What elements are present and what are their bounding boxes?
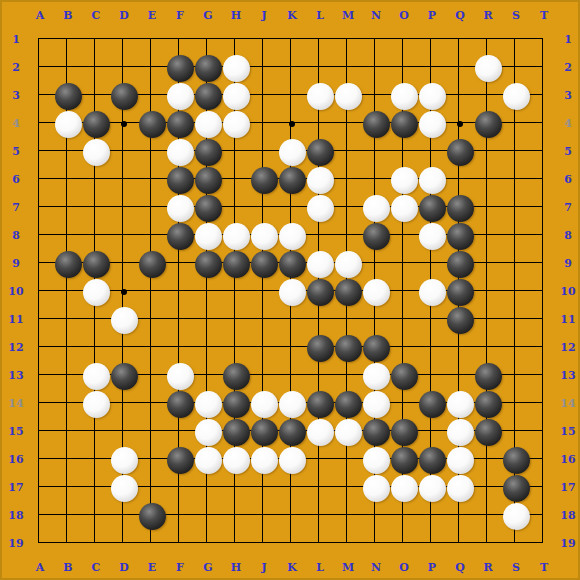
row-label-left: 12 xyxy=(4,341,28,354)
white-stone-O7[interactable] xyxy=(391,195,418,222)
column-label-top: N xyxy=(364,9,388,22)
black-stone-S17[interactable] xyxy=(503,475,530,502)
black-stone-F4[interactable] xyxy=(167,111,194,138)
black-stone-F8[interactable] xyxy=(167,223,194,250)
row-label-left: 5 xyxy=(4,145,28,158)
black-stone-R15[interactable] xyxy=(475,419,502,446)
white-stone-O17[interactable] xyxy=(391,475,418,502)
white-stone-L15[interactable] xyxy=(307,419,334,446)
white-stone-Q16[interactable] xyxy=(447,447,474,474)
white-stone-G15[interactable] xyxy=(195,419,222,446)
black-stone-P14[interactable] xyxy=(419,391,446,418)
black-stone-D3[interactable] xyxy=(111,83,138,110)
white-stone-P4[interactable] xyxy=(419,111,446,138)
column-label-bottom: M xyxy=(336,561,360,574)
white-stone-J14[interactable] xyxy=(251,391,278,418)
column-label-bottom: A xyxy=(28,561,52,574)
black-stone-D13[interactable] xyxy=(111,363,138,390)
row-label-left: 13 xyxy=(4,369,28,382)
white-stone-H2[interactable] xyxy=(223,55,250,82)
row-label-right: 15 xyxy=(556,425,580,438)
column-label-bottom: L xyxy=(308,561,332,574)
black-stone-J6[interactable] xyxy=(251,167,278,194)
black-stone-E4[interactable] xyxy=(139,111,166,138)
white-stone-P17[interactable] xyxy=(419,475,446,502)
column-label-bottom: S xyxy=(504,561,528,574)
black-stone-O15[interactable] xyxy=(391,419,418,446)
white-stone-C10[interactable] xyxy=(83,279,110,306)
row-label-right: 16 xyxy=(556,453,580,466)
white-stone-N10[interactable] xyxy=(363,279,390,306)
row-label-left: 11 xyxy=(4,313,28,326)
column-label-bottom: N xyxy=(364,561,388,574)
black-stone-L10[interactable] xyxy=(307,279,334,306)
column-label-top: P xyxy=(420,9,444,22)
white-stone-R2[interactable] xyxy=(475,55,502,82)
white-stone-L9[interactable] xyxy=(307,251,334,278)
black-stone-E9[interactable] xyxy=(139,251,166,278)
white-stone-Q17[interactable] xyxy=(447,475,474,502)
black-stone-O4[interactable] xyxy=(391,111,418,138)
white-stone-K8[interactable] xyxy=(279,223,306,250)
white-stone-M9[interactable] xyxy=(335,251,362,278)
column-label-bottom: T xyxy=(532,561,556,574)
black-stone-J9[interactable] xyxy=(251,251,278,278)
black-stone-J15[interactable] xyxy=(251,419,278,446)
white-stone-N17[interactable] xyxy=(363,475,390,502)
black-stone-Q10[interactable] xyxy=(447,279,474,306)
white-stone-Q14[interactable] xyxy=(447,391,474,418)
column-label-top: E xyxy=(140,9,164,22)
column-label-top: F xyxy=(168,9,192,22)
go-board: AABBCCDDEEFFGGHHJJKKLLMMNNOOPPQQRRSSTT11… xyxy=(0,0,580,580)
row-label-right: 10 xyxy=(556,285,580,298)
black-stone-G9[interactable] xyxy=(195,251,222,278)
row-label-right: 5 xyxy=(556,145,580,158)
white-stone-S3[interactable] xyxy=(503,83,530,110)
black-stone-K6[interactable] xyxy=(279,167,306,194)
white-stone-P3[interactable] xyxy=(419,83,446,110)
column-label-top: K xyxy=(280,9,304,22)
column-label-bottom: H xyxy=(224,561,248,574)
row-label-right: 1 xyxy=(556,33,580,46)
row-label-right: 7 xyxy=(556,201,580,214)
white-stone-J8[interactable] xyxy=(251,223,278,250)
black-stone-N12[interactable] xyxy=(363,335,390,362)
row-label-left: 3 xyxy=(4,89,28,102)
column-label-top: O xyxy=(392,9,416,22)
black-stone-G5[interactable] xyxy=(195,139,222,166)
white-stone-F5[interactable] xyxy=(167,139,194,166)
black-stone-L14[interactable] xyxy=(307,391,334,418)
black-stone-Q9[interactable] xyxy=(447,251,474,278)
column-label-top: S xyxy=(504,9,528,22)
white-stone-L3[interactable] xyxy=(307,83,334,110)
column-label-bottom: F xyxy=(168,561,192,574)
white-stone-G14[interactable] xyxy=(195,391,222,418)
column-label-top: H xyxy=(224,9,248,22)
column-label-top: A xyxy=(28,9,52,22)
column-label-bottom: E xyxy=(140,561,164,574)
white-stone-H4[interactable] xyxy=(223,111,250,138)
column-label-top: M xyxy=(336,9,360,22)
column-label-top: T xyxy=(532,9,556,22)
column-label-bottom: B xyxy=(56,561,80,574)
black-stone-F16[interactable] xyxy=(167,447,194,474)
white-stone-L6[interactable] xyxy=(307,167,334,194)
black-stone-K15[interactable] xyxy=(279,419,306,446)
white-stone-D11[interactable] xyxy=(111,307,138,334)
white-stone-D17[interactable] xyxy=(111,475,138,502)
white-stone-H3[interactable] xyxy=(223,83,250,110)
white-stone-K5[interactable] xyxy=(279,139,306,166)
column-label-top: J xyxy=(252,9,276,22)
row-label-left: 14 xyxy=(4,397,28,410)
black-stone-G6[interactable] xyxy=(195,167,222,194)
column-label-top: D xyxy=(112,9,136,22)
row-label-right: 14 xyxy=(556,397,580,410)
black-stone-N8[interactable] xyxy=(363,223,390,250)
row-label-right: 9 xyxy=(556,257,580,270)
row-label-left: 2 xyxy=(4,61,28,74)
black-stone-Q7[interactable] xyxy=(447,195,474,222)
white-stone-C14[interactable] xyxy=(83,391,110,418)
row-label-left: 15 xyxy=(4,425,28,438)
white-stone-N7[interactable] xyxy=(363,195,390,222)
white-stone-H8[interactable] xyxy=(223,223,250,250)
row-label-right: 8 xyxy=(556,229,580,242)
black-stone-C9[interactable] xyxy=(83,251,110,278)
black-stone-G2[interactable] xyxy=(195,55,222,82)
row-label-left: 8 xyxy=(4,229,28,242)
column-label-bottom: J xyxy=(252,561,276,574)
black-stone-O13[interactable] xyxy=(391,363,418,390)
black-stone-F6[interactable] xyxy=(167,167,194,194)
row-label-right: 13 xyxy=(556,369,580,382)
column-label-top: L xyxy=(308,9,332,22)
white-stone-S18[interactable] xyxy=(503,503,530,530)
black-stone-O16[interactable] xyxy=(391,447,418,474)
star-point xyxy=(457,121,463,127)
row-label-right: 2 xyxy=(556,61,580,74)
black-stone-G3[interactable] xyxy=(195,83,222,110)
black-stone-N4[interactable] xyxy=(363,111,390,138)
black-stone-K9[interactable] xyxy=(279,251,306,278)
column-label-top: C xyxy=(84,9,108,22)
row-label-right: 3 xyxy=(556,89,580,102)
black-stone-B9[interactable] xyxy=(55,251,82,278)
column-label-top: G xyxy=(196,9,220,22)
black-stone-C4[interactable] xyxy=(83,111,110,138)
black-stone-R13[interactable] xyxy=(475,363,502,390)
row-label-right: 12 xyxy=(556,341,580,354)
row-label-left: 16 xyxy=(4,453,28,466)
white-stone-L7[interactable] xyxy=(307,195,334,222)
row-label-left: 7 xyxy=(4,201,28,214)
white-stone-F13[interactable] xyxy=(167,363,194,390)
black-stone-N15[interactable] xyxy=(363,419,390,446)
black-stone-B3[interactable] xyxy=(55,83,82,110)
star-point xyxy=(121,121,127,127)
white-stone-M3[interactable] xyxy=(335,83,362,110)
black-stone-L12[interactable] xyxy=(307,335,334,362)
white-stone-O6[interactable] xyxy=(391,167,418,194)
black-stone-R4[interactable] xyxy=(475,111,502,138)
black-stone-F2[interactable] xyxy=(167,55,194,82)
row-label-left: 9 xyxy=(4,257,28,270)
black-stone-H13[interactable] xyxy=(223,363,250,390)
column-label-bottom: G xyxy=(196,561,220,574)
black-stone-S16[interactable] xyxy=(503,447,530,474)
column-label-bottom: O xyxy=(392,561,416,574)
black-stone-H9[interactable] xyxy=(223,251,250,278)
white-stone-N16[interactable] xyxy=(363,447,390,474)
black-stone-P16[interactable] xyxy=(419,447,446,474)
black-stone-Q11[interactable] xyxy=(447,307,474,334)
white-stone-J16[interactable] xyxy=(251,447,278,474)
black-stone-M10[interactable] xyxy=(335,279,362,306)
white-stone-N14[interactable] xyxy=(363,391,390,418)
column-label-bottom: C xyxy=(84,561,108,574)
black-stone-E18[interactable] xyxy=(139,503,166,530)
column-label-top: Q xyxy=(448,9,472,22)
white-stone-H16[interactable] xyxy=(223,447,250,474)
white-stone-K10[interactable] xyxy=(279,279,306,306)
row-label-left: 17 xyxy=(4,481,28,494)
white-stone-O3[interactable] xyxy=(391,83,418,110)
white-stone-B4[interactable] xyxy=(55,111,82,138)
row-label-right: 6 xyxy=(556,173,580,186)
white-stone-D16[interactable] xyxy=(111,447,138,474)
column-label-top: R xyxy=(476,9,500,22)
star-point xyxy=(289,121,295,127)
white-stone-C13[interactable] xyxy=(83,363,110,390)
black-stone-R14[interactable] xyxy=(475,391,502,418)
black-stone-H14[interactable] xyxy=(223,391,250,418)
black-stone-L5[interactable] xyxy=(307,139,334,166)
white-stone-P8[interactable] xyxy=(419,223,446,250)
white-stone-P6[interactable] xyxy=(419,167,446,194)
row-label-left: 1 xyxy=(4,33,28,46)
black-stone-M12[interactable] xyxy=(335,335,362,362)
column-label-top: B xyxy=(56,9,80,22)
column-label-bottom: R xyxy=(476,561,500,574)
white-stone-G4[interactable] xyxy=(195,111,222,138)
row-label-right: 19 xyxy=(556,537,580,550)
row-label-right: 11 xyxy=(556,313,580,326)
row-label-left: 18 xyxy=(4,509,28,522)
row-label-left: 4 xyxy=(4,117,28,130)
black-stone-F14[interactable] xyxy=(167,391,194,418)
column-label-bottom: D xyxy=(112,561,136,574)
black-stone-Q8[interactable] xyxy=(447,223,474,250)
row-label-right: 17 xyxy=(556,481,580,494)
white-stone-F3[interactable] xyxy=(167,83,194,110)
black-stone-G7[interactable] xyxy=(195,195,222,222)
white-stone-C5[interactable] xyxy=(83,139,110,166)
row-label-left: 19 xyxy=(4,537,28,550)
white-stone-K16[interactable] xyxy=(279,447,306,474)
white-stone-G8[interactable] xyxy=(195,223,222,250)
white-stone-Q15[interactable] xyxy=(447,419,474,446)
star-point xyxy=(121,289,127,295)
black-stone-P7[interactable] xyxy=(419,195,446,222)
white-stone-K14[interactable] xyxy=(279,391,306,418)
white-stone-M15[interactable] xyxy=(335,419,362,446)
column-label-bottom: Q xyxy=(448,561,472,574)
column-label-bottom: P xyxy=(420,561,444,574)
row-label-left: 10 xyxy=(4,285,28,298)
black-stone-M14[interactable] xyxy=(335,391,362,418)
white-stone-F7[interactable] xyxy=(167,195,194,222)
white-stone-G16[interactable] xyxy=(195,447,222,474)
black-stone-H15[interactable] xyxy=(223,419,250,446)
white-stone-N13[interactable] xyxy=(363,363,390,390)
white-stone-P10[interactable] xyxy=(419,279,446,306)
black-stone-Q5[interactable] xyxy=(447,139,474,166)
row-label-left: 6 xyxy=(4,173,28,186)
row-label-right: 4 xyxy=(556,117,580,130)
row-label-right: 18 xyxy=(556,509,580,522)
column-label-bottom: K xyxy=(280,561,304,574)
